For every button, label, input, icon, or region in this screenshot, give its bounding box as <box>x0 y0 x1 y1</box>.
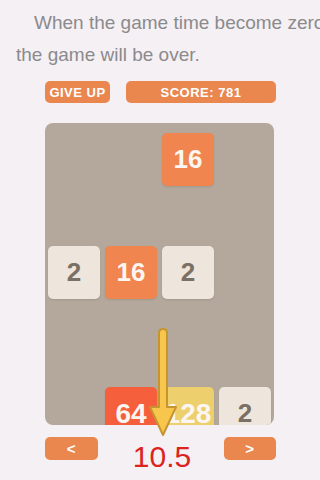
tile-2: 2 <box>162 246 214 299</box>
tile-2: 2 <box>219 387 271 425</box>
give-up-button[interactable]: GIVE UP <box>45 81 110 103</box>
instruction-line-1: When the game time become zero, <box>34 12 320 34</box>
timer-value: 10.5 <box>102 440 222 474</box>
tile-16: 16 <box>162 133 214 186</box>
tile-16: 16 <box>105 246 157 299</box>
next-button[interactable]: > <box>224 437 276 460</box>
instruction-line-2: the game will be over. <box>16 44 200 66</box>
prev-button[interactable]: < <box>45 437 98 460</box>
score-display: SCORE: 781 <box>126 81 276 103</box>
tile-2: 2 <box>48 246 100 299</box>
swipe-down-arrow-icon <box>146 326 180 438</box>
